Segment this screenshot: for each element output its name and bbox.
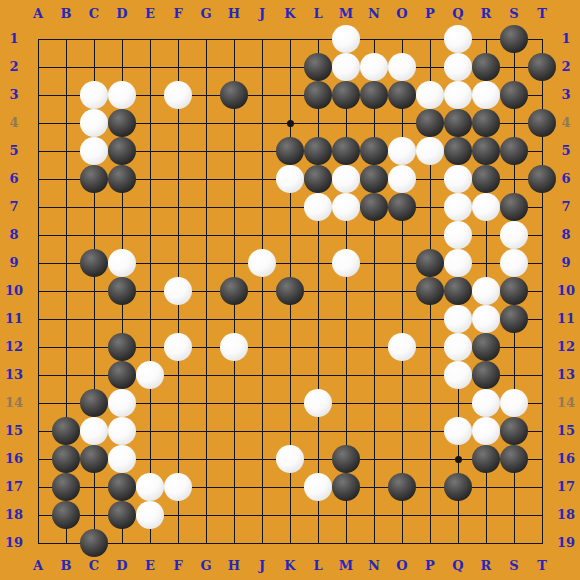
intersection-N15[interactable] (360, 417, 388, 445)
intersection-H3[interactable] (220, 81, 248, 109)
intersection-G12[interactable] (192, 333, 220, 361)
intersection-N2[interactable] (360, 53, 388, 81)
intersection-M5[interactable] (332, 137, 360, 165)
intersection-C14[interactable] (80, 389, 108, 417)
intersection-M18[interactable] (332, 501, 360, 529)
intersection-A10[interactable] (24, 277, 52, 305)
intersection-A18[interactable] (24, 501, 52, 529)
intersection-F11[interactable] (164, 305, 192, 333)
intersection-D5[interactable] (108, 137, 136, 165)
intersection-B7[interactable] (52, 193, 80, 221)
intersection-D6[interactable] (108, 165, 136, 193)
intersection-A15[interactable] (24, 417, 52, 445)
intersection-M1[interactable] (332, 25, 360, 53)
intersection-D2[interactable] (108, 53, 136, 81)
intersection-K10[interactable] (276, 277, 304, 305)
intersection-L15[interactable] (304, 417, 332, 445)
intersection-C8[interactable] (80, 221, 108, 249)
intersection-O6[interactable] (388, 165, 416, 193)
intersection-Q16[interactable] (444, 445, 472, 473)
intersection-B13[interactable] (52, 361, 80, 389)
intersection-O15[interactable] (388, 417, 416, 445)
intersection-T18[interactable] (528, 501, 556, 529)
intersection-H2[interactable] (220, 53, 248, 81)
intersection-J10[interactable] (248, 277, 276, 305)
intersection-R13[interactable] (472, 361, 500, 389)
intersection-S10[interactable] (500, 277, 528, 305)
intersection-H6[interactable] (220, 165, 248, 193)
intersection-M11[interactable] (332, 305, 360, 333)
intersection-M7[interactable] (332, 193, 360, 221)
intersection-G16[interactable] (192, 445, 220, 473)
intersection-L16[interactable] (304, 445, 332, 473)
intersection-A4[interactable] (24, 109, 52, 137)
intersection-F5[interactable] (164, 137, 192, 165)
intersection-E5[interactable] (136, 137, 164, 165)
intersection-D7[interactable] (108, 193, 136, 221)
intersection-J13[interactable] (248, 361, 276, 389)
intersection-D18[interactable] (108, 501, 136, 529)
intersection-G6[interactable] (192, 165, 220, 193)
intersection-J19[interactable] (248, 529, 276, 557)
intersection-O13[interactable] (388, 361, 416, 389)
intersection-L6[interactable] (304, 165, 332, 193)
intersection-R1[interactable] (472, 25, 500, 53)
intersection-T3[interactable] (528, 81, 556, 109)
intersection-R8[interactable] (472, 221, 500, 249)
intersection-R3[interactable] (472, 81, 500, 109)
intersection-G8[interactable] (192, 221, 220, 249)
intersection-F12[interactable] (164, 333, 192, 361)
intersection-P5[interactable] (416, 137, 444, 165)
intersection-S18[interactable] (500, 501, 528, 529)
intersection-B3[interactable] (52, 81, 80, 109)
intersection-E17[interactable] (136, 473, 164, 501)
intersection-P18[interactable] (416, 501, 444, 529)
intersection-M16[interactable] (332, 445, 360, 473)
intersection-S17[interactable] (500, 473, 528, 501)
intersection-G7[interactable] (192, 193, 220, 221)
intersection-S15[interactable] (500, 417, 528, 445)
intersection-P1[interactable] (416, 25, 444, 53)
intersection-L8[interactable] (304, 221, 332, 249)
intersection-E14[interactable] (136, 389, 164, 417)
intersection-T10[interactable] (528, 277, 556, 305)
intersection-M3[interactable] (332, 81, 360, 109)
intersection-C16[interactable] (80, 445, 108, 473)
intersection-H9[interactable] (220, 249, 248, 277)
intersection-O12[interactable] (388, 333, 416, 361)
intersection-G15[interactable] (192, 417, 220, 445)
intersection-N6[interactable] (360, 165, 388, 193)
intersection-J12[interactable] (248, 333, 276, 361)
intersection-R15[interactable] (472, 417, 500, 445)
intersection-B14[interactable] (52, 389, 80, 417)
intersection-A14[interactable] (24, 389, 52, 417)
intersection-A9[interactable] (24, 249, 52, 277)
intersection-T15[interactable] (528, 417, 556, 445)
intersection-J18[interactable] (248, 501, 276, 529)
intersection-T9[interactable] (528, 249, 556, 277)
intersection-F15[interactable] (164, 417, 192, 445)
intersection-A2[interactable] (24, 53, 52, 81)
intersection-C9[interactable] (80, 249, 108, 277)
intersection-F17[interactable] (164, 473, 192, 501)
intersection-P16[interactable] (416, 445, 444, 473)
intersection-Q12[interactable] (444, 333, 472, 361)
intersection-D14[interactable] (108, 389, 136, 417)
intersection-D19[interactable] (108, 529, 136, 557)
intersection-D17[interactable] (108, 473, 136, 501)
intersection-C5[interactable] (80, 137, 108, 165)
intersection-S16[interactable] (500, 445, 528, 473)
intersection-H16[interactable] (220, 445, 248, 473)
intersection-G1[interactable] (192, 25, 220, 53)
intersection-E10[interactable] (136, 277, 164, 305)
intersection-L4[interactable] (304, 109, 332, 137)
intersection-O7[interactable] (388, 193, 416, 221)
intersection-Q13[interactable] (444, 361, 472, 389)
intersection-M13[interactable] (332, 361, 360, 389)
intersection-T6[interactable] (528, 165, 556, 193)
intersection-B5[interactable] (52, 137, 80, 165)
intersection-O4[interactable] (388, 109, 416, 137)
intersection-E16[interactable] (136, 445, 164, 473)
intersection-O5[interactable] (388, 137, 416, 165)
intersection-B12[interactable] (52, 333, 80, 361)
intersection-J3[interactable] (248, 81, 276, 109)
intersection-H5[interactable] (220, 137, 248, 165)
intersection-A17[interactable] (24, 473, 52, 501)
intersection-T4[interactable] (528, 109, 556, 137)
intersection-L17[interactable] (304, 473, 332, 501)
intersection-L5[interactable] (304, 137, 332, 165)
intersection-S8[interactable] (500, 221, 528, 249)
intersection-R5[interactable] (472, 137, 500, 165)
intersection-C19[interactable] (80, 529, 108, 557)
intersection-C10[interactable] (80, 277, 108, 305)
intersection-R16[interactable] (472, 445, 500, 473)
intersection-N1[interactable] (360, 25, 388, 53)
intersection-M2[interactable] (332, 53, 360, 81)
intersection-J17[interactable] (248, 473, 276, 501)
intersection-N11[interactable] (360, 305, 388, 333)
intersection-L19[interactable] (304, 529, 332, 557)
intersection-H10[interactable] (220, 277, 248, 305)
intersection-S13[interactable] (500, 361, 528, 389)
intersection-E4[interactable] (136, 109, 164, 137)
intersection-Q4[interactable] (444, 109, 472, 137)
intersection-B8[interactable] (52, 221, 80, 249)
intersection-R6[interactable] (472, 165, 500, 193)
intersection-B9[interactable] (52, 249, 80, 277)
intersection-B15[interactable] (52, 417, 80, 445)
intersection-T11[interactable] (528, 305, 556, 333)
intersection-S14[interactable] (500, 389, 528, 417)
intersection-S6[interactable] (500, 165, 528, 193)
intersection-P10[interactable] (416, 277, 444, 305)
intersection-P4[interactable] (416, 109, 444, 137)
intersection-P19[interactable] (416, 529, 444, 557)
intersection-B19[interactable] (52, 529, 80, 557)
intersection-S5[interactable] (500, 137, 528, 165)
intersection-O8[interactable] (388, 221, 416, 249)
intersection-T5[interactable] (528, 137, 556, 165)
intersection-J4[interactable] (248, 109, 276, 137)
intersection-K16[interactable] (276, 445, 304, 473)
intersection-K4[interactable] (276, 109, 304, 137)
intersection-M19[interactable] (332, 529, 360, 557)
intersection-H18[interactable] (220, 501, 248, 529)
intersection-N9[interactable] (360, 249, 388, 277)
intersection-N16[interactable] (360, 445, 388, 473)
intersection-N5[interactable] (360, 137, 388, 165)
intersection-P7[interactable] (416, 193, 444, 221)
intersection-J6[interactable] (248, 165, 276, 193)
intersection-T8[interactable] (528, 221, 556, 249)
intersection-D8[interactable] (108, 221, 136, 249)
intersection-S4[interactable] (500, 109, 528, 137)
intersection-J1[interactable] (248, 25, 276, 53)
intersection-N10[interactable] (360, 277, 388, 305)
intersection-B1[interactable] (52, 25, 80, 53)
intersection-D10[interactable] (108, 277, 136, 305)
intersection-P3[interactable] (416, 81, 444, 109)
intersection-M12[interactable] (332, 333, 360, 361)
intersection-B17[interactable] (52, 473, 80, 501)
intersection-C17[interactable] (80, 473, 108, 501)
intersection-K15[interactable] (276, 417, 304, 445)
intersection-B11[interactable] (52, 305, 80, 333)
intersection-N14[interactable] (360, 389, 388, 417)
intersection-O17[interactable] (388, 473, 416, 501)
intersection-T12[interactable] (528, 333, 556, 361)
intersection-M17[interactable] (332, 473, 360, 501)
intersection-L3[interactable] (304, 81, 332, 109)
intersection-P14[interactable] (416, 389, 444, 417)
intersection-J5[interactable] (248, 137, 276, 165)
intersection-E7[interactable] (136, 193, 164, 221)
intersection-E19[interactable] (136, 529, 164, 557)
intersection-C1[interactable] (80, 25, 108, 53)
intersection-L11[interactable] (304, 305, 332, 333)
intersection-A1[interactable] (24, 25, 52, 53)
intersection-E1[interactable] (136, 25, 164, 53)
intersection-E11[interactable] (136, 305, 164, 333)
intersection-R19[interactable] (472, 529, 500, 557)
intersection-S19[interactable] (500, 529, 528, 557)
intersection-F2[interactable] (164, 53, 192, 81)
intersection-C2[interactable] (80, 53, 108, 81)
intersection-O16[interactable] (388, 445, 416, 473)
intersection-H7[interactable] (220, 193, 248, 221)
intersection-C11[interactable] (80, 305, 108, 333)
intersection-J9[interactable] (248, 249, 276, 277)
intersection-E12[interactable] (136, 333, 164, 361)
intersection-Q6[interactable] (444, 165, 472, 193)
intersection-E13[interactable] (136, 361, 164, 389)
intersection-F8[interactable] (164, 221, 192, 249)
intersection-Q14[interactable] (444, 389, 472, 417)
intersection-Q1[interactable] (444, 25, 472, 53)
intersection-F7[interactable] (164, 193, 192, 221)
intersection-D9[interactable] (108, 249, 136, 277)
intersection-O3[interactable] (388, 81, 416, 109)
intersection-T17[interactable] (528, 473, 556, 501)
intersection-J2[interactable] (248, 53, 276, 81)
intersection-R14[interactable] (472, 389, 500, 417)
intersection-F1[interactable] (164, 25, 192, 53)
intersection-P6[interactable] (416, 165, 444, 193)
intersection-R4[interactable] (472, 109, 500, 137)
intersection-M4[interactable] (332, 109, 360, 137)
intersection-B16[interactable] (52, 445, 80, 473)
intersection-B4[interactable] (52, 109, 80, 137)
intersection-A8[interactable] (24, 221, 52, 249)
intersection-K5[interactable] (276, 137, 304, 165)
intersection-E2[interactable] (136, 53, 164, 81)
intersection-G5[interactable] (192, 137, 220, 165)
intersection-G14[interactable] (192, 389, 220, 417)
intersection-F19[interactable] (164, 529, 192, 557)
intersection-N4[interactable] (360, 109, 388, 137)
intersection-M9[interactable] (332, 249, 360, 277)
intersection-O18[interactable] (388, 501, 416, 529)
intersection-T13[interactable] (528, 361, 556, 389)
intersection-F16[interactable] (164, 445, 192, 473)
intersection-C13[interactable] (80, 361, 108, 389)
intersection-N3[interactable] (360, 81, 388, 109)
intersection-R2[interactable] (472, 53, 500, 81)
intersection-O14[interactable] (388, 389, 416, 417)
intersection-L10[interactable] (304, 277, 332, 305)
intersection-E6[interactable] (136, 165, 164, 193)
intersection-N8[interactable] (360, 221, 388, 249)
intersection-H13[interactable] (220, 361, 248, 389)
intersection-K12[interactable] (276, 333, 304, 361)
intersection-D15[interactable] (108, 417, 136, 445)
intersection-K2[interactable] (276, 53, 304, 81)
intersection-R7[interactable] (472, 193, 500, 221)
intersection-E15[interactable] (136, 417, 164, 445)
intersection-L12[interactable] (304, 333, 332, 361)
intersection-K19[interactable] (276, 529, 304, 557)
intersection-N19[interactable] (360, 529, 388, 557)
intersection-Q2[interactable] (444, 53, 472, 81)
intersection-F14[interactable] (164, 389, 192, 417)
intersection-L2[interactable] (304, 53, 332, 81)
intersection-O2[interactable] (388, 53, 416, 81)
intersection-T1[interactable] (528, 25, 556, 53)
intersection-S7[interactable] (500, 193, 528, 221)
intersection-L7[interactable] (304, 193, 332, 221)
intersection-G10[interactable] (192, 277, 220, 305)
intersection-C7[interactable] (80, 193, 108, 221)
intersection-P2[interactable] (416, 53, 444, 81)
intersection-T19[interactable] (528, 529, 556, 557)
intersection-D1[interactable] (108, 25, 136, 53)
intersection-G9[interactable] (192, 249, 220, 277)
intersection-Q18[interactable] (444, 501, 472, 529)
intersection-P8[interactable] (416, 221, 444, 249)
intersection-Q3[interactable] (444, 81, 472, 109)
intersection-G2[interactable] (192, 53, 220, 81)
intersection-Q15[interactable] (444, 417, 472, 445)
intersection-R10[interactable] (472, 277, 500, 305)
intersection-K6[interactable] (276, 165, 304, 193)
intersection-E8[interactable] (136, 221, 164, 249)
intersection-N12[interactable] (360, 333, 388, 361)
intersection-Q8[interactable] (444, 221, 472, 249)
intersection-Q19[interactable] (444, 529, 472, 557)
intersection-M10[interactable] (332, 277, 360, 305)
intersection-G4[interactable] (192, 109, 220, 137)
intersection-H19[interactable] (220, 529, 248, 557)
intersection-B2[interactable] (52, 53, 80, 81)
intersection-R18[interactable] (472, 501, 500, 529)
intersection-K14[interactable] (276, 389, 304, 417)
intersection-C12[interactable] (80, 333, 108, 361)
intersection-Q9[interactable] (444, 249, 472, 277)
intersection-K1[interactable] (276, 25, 304, 53)
intersection-R17[interactable] (472, 473, 500, 501)
intersection-G17[interactable] (192, 473, 220, 501)
intersection-C6[interactable] (80, 165, 108, 193)
intersection-K7[interactable] (276, 193, 304, 221)
intersection-S1[interactable] (500, 25, 528, 53)
intersection-G19[interactable] (192, 529, 220, 557)
intersection-D12[interactable] (108, 333, 136, 361)
intersection-N7[interactable] (360, 193, 388, 221)
intersection-O11[interactable] (388, 305, 416, 333)
intersection-O9[interactable] (388, 249, 416, 277)
intersection-H8[interactable] (220, 221, 248, 249)
intersection-F9[interactable] (164, 249, 192, 277)
intersection-T14[interactable] (528, 389, 556, 417)
intersection-O1[interactable] (388, 25, 416, 53)
intersection-H1[interactable] (220, 25, 248, 53)
intersection-F13[interactable] (164, 361, 192, 389)
intersection-L13[interactable] (304, 361, 332, 389)
intersection-P15[interactable] (416, 417, 444, 445)
intersection-H4[interactable] (220, 109, 248, 137)
intersection-A7[interactable] (24, 193, 52, 221)
intersection-H15[interactable] (220, 417, 248, 445)
intersection-R11[interactable] (472, 305, 500, 333)
intersection-E9[interactable] (136, 249, 164, 277)
intersection-P11[interactable] (416, 305, 444, 333)
intersection-J8[interactable] (248, 221, 276, 249)
intersection-E3[interactable] (136, 81, 164, 109)
intersection-D3[interactable] (108, 81, 136, 109)
intersection-P9[interactable] (416, 249, 444, 277)
intersection-B18[interactable] (52, 501, 80, 529)
intersection-D11[interactable] (108, 305, 136, 333)
intersection-K13[interactable] (276, 361, 304, 389)
intersection-N13[interactable] (360, 361, 388, 389)
intersection-S2[interactable] (500, 53, 528, 81)
intersection-M8[interactable] (332, 221, 360, 249)
intersection-D4[interactable] (108, 109, 136, 137)
intersection-K8[interactable] (276, 221, 304, 249)
intersection-B6[interactable] (52, 165, 80, 193)
intersection-L18[interactable] (304, 501, 332, 529)
intersection-H17[interactable] (220, 473, 248, 501)
intersection-A16[interactable] (24, 445, 52, 473)
intersection-T2[interactable] (528, 53, 556, 81)
intersection-F4[interactable] (164, 109, 192, 137)
intersection-K9[interactable] (276, 249, 304, 277)
